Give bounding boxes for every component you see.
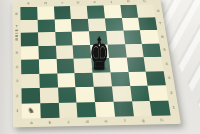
square-d8[interactable]	[142, 43, 161, 57]
square-f2[interactable]	[39, 73, 58, 88]
square-c7[interactable]	[123, 30, 142, 44]
coordinate-label: b	[40, 118, 59, 127]
square-d3[interactable]	[55, 45, 73, 59]
square-h7[interactable]	[132, 101, 152, 117]
square-d1[interactable]	[21, 46, 39, 60]
square-h6[interactable]	[113, 101, 133, 117]
coordinate-label: 8	[12, 7, 20, 20]
square-b3[interactable]	[54, 19, 72, 32]
photo-scene: abcdefgh abcdefgh 87654321 87654321 ♞ ♚	[0, 0, 200, 134]
coordinate-label: 5	[13, 46, 21, 60]
square-c2[interactable]	[38, 32, 56, 46]
square-a6[interactable]	[103, 5, 121, 18]
square-c4[interactable]	[72, 31, 90, 45]
coordinate-label: g	[133, 116, 153, 125]
square-a8[interactable]	[137, 4, 156, 17]
square-h3[interactable]	[58, 102, 77, 118]
square-b8[interactable]	[138, 17, 157, 30]
square-h5[interactable]	[95, 101, 115, 117]
coordinate-label: d	[78, 117, 97, 126]
square-e2[interactable]	[39, 59, 57, 73]
square-c3[interactable]	[55, 32, 73, 46]
square-g1[interactable]	[21, 88, 40, 103]
square-g5[interactable]	[94, 86, 114, 101]
square-b2[interactable]	[37, 19, 54, 32]
maker-logo: ♞	[21, 102, 42, 119]
square-f7[interactable]	[128, 71, 148, 86]
square-h2[interactable]	[40, 102, 59, 118]
square-e8[interactable]	[144, 57, 164, 71]
coordinate-label: 4	[13, 60, 22, 74]
square-e3[interactable]	[56, 59, 74, 73]
coordinate-label: e	[96, 117, 115, 126]
square-c1[interactable]	[21, 32, 38, 46]
square-g8[interactable]	[148, 85, 168, 100]
square-a1[interactable]	[20, 7, 37, 20]
coordinate-label: h	[152, 115, 172, 124]
square-b1[interactable]	[21, 19, 38, 32]
square-a7[interactable]	[120, 5, 138, 18]
square-f6[interactable]	[110, 72, 130, 87]
square-a4[interactable]	[70, 6, 88, 19]
square-g2[interactable]	[40, 88, 59, 103]
square-g7[interactable]	[130, 86, 150, 101]
square-d7[interactable]	[125, 43, 144, 57]
square-f1[interactable]	[21, 73, 39, 88]
square-e7[interactable]	[126, 57, 145, 71]
square-d4[interactable]	[73, 45, 91, 59]
square-e1[interactable]	[21, 59, 39, 73]
square-h1[interactable]: ♞	[22, 103, 41, 119]
square-b7[interactable]	[121, 17, 140, 30]
coordinate-label: c	[59, 117, 78, 126]
square-h8[interactable]	[150, 100, 171, 116]
black-king[interactable]: ♚	[90, 32, 109, 76]
square-a5[interactable]	[87, 5, 105, 18]
square-d6[interactable]	[107, 44, 126, 58]
square-a3[interactable]	[54, 6, 71, 19]
square-h4[interactable]	[77, 102, 97, 118]
coordinate-label: a	[22, 118, 41, 127]
coordinate-label: 3	[13, 74, 22, 89]
square-f8[interactable]	[146, 71, 166, 86]
square-c8[interactable]	[140, 30, 159, 44]
square-g4[interactable]	[76, 87, 95, 102]
square-d2[interactable]	[38, 45, 56, 59]
border-print-mark	[15, 30, 18, 41]
square-a2[interactable]	[37, 6, 54, 19]
coordinate-label: f	[115, 116, 135, 125]
square-f3[interactable]	[57, 73, 76, 88]
square-g6[interactable]	[112, 86, 132, 101]
square-b4[interactable]	[71, 18, 89, 31]
coordinate-label: 2	[13, 88, 22, 103]
square-g3[interactable]	[58, 87, 77, 102]
square-e6[interactable]	[109, 58, 128, 72]
